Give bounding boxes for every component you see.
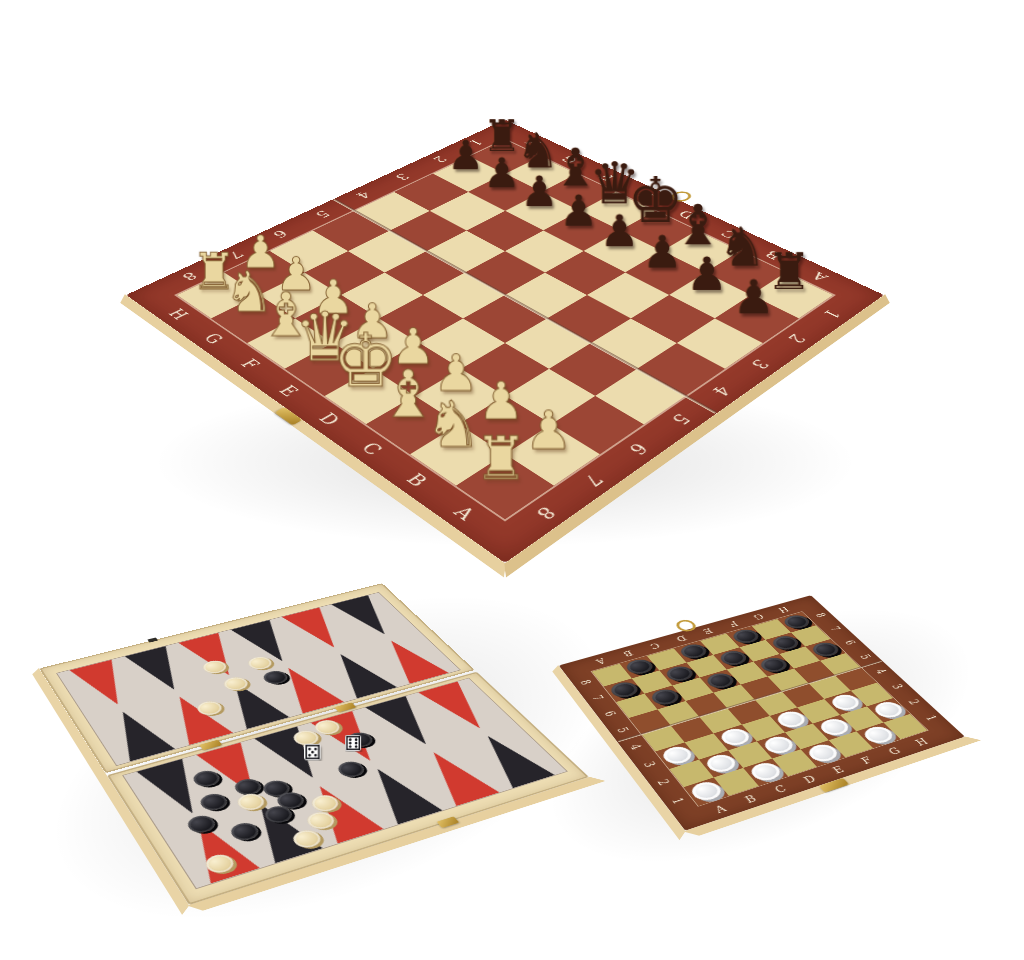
chess-board: ♜♞♝♛♚♝♞♜♟♟♟♟♟♟♟♟♟♟♟♟♟♟♟♟♜♞♝♛♚♝♞♜ HGFEDCB… (126, 120, 884, 563)
backgammon-point-red (264, 662, 348, 715)
product-photo-scene: ♜♞♝♛♚♝♞♜♟♟♟♟♟♟♟♟♟♟♟♟♟♟♟♟♜♞♝♛♚♝♞♜ HGFEDCB… (0, 0, 1024, 960)
backgammon-point-red (368, 635, 452, 685)
backgammon-point-black (463, 729, 558, 790)
checkers-piece-white (702, 752, 739, 775)
checkers-piece-white (760, 734, 797, 756)
checkers-board: ABCDEFGHABCDEFGH8765432187654321 (559, 595, 965, 831)
checkers-piece-white (859, 724, 896, 746)
checkers-square (856, 723, 900, 749)
checkers-square (801, 740, 846, 767)
checkers-square (757, 732, 801, 758)
backgammon-point-black (361, 695, 450, 752)
checkers-square (657, 701, 699, 726)
checkers-square (813, 715, 857, 740)
backgammon-point-red (65, 659, 143, 712)
checkers-piece-white (717, 726, 753, 748)
backgammon-point-red (154, 690, 237, 746)
coordinate-label: 8 (567, 673, 604, 692)
die-showing-5: ⚄ (304, 744, 321, 761)
die-showing-6: ⚅ (344, 735, 360, 751)
chess-squares: ♜♞♝♛♚♝♞♜♟♟♟♟♟♟♟♟♟♟♟♟♟♟♟♟♜♞♝♛♚♝♞♜ (177, 140, 833, 519)
checkers-piece-white (804, 742, 841, 764)
pawn-glyph: ♟ (686, 251, 727, 297)
checkers-piece-white (816, 716, 853, 737)
checkers-piece-white (773, 709, 809, 730)
backgammon-point-red (293, 778, 388, 845)
checkers-board-area: ABCDEFGHABCDEFGH8765432187654321 (605, 550, 905, 850)
backgammon-point-black (328, 594, 407, 640)
checkers-piece-white (658, 744, 695, 766)
chess-piece-light-rook: ♜ (467, 405, 536, 488)
backgammon-clasp-icon (147, 637, 158, 642)
checkers-square (727, 700, 769, 725)
backgammon-point-black (227, 619, 306, 667)
backgammon-point-red (408, 745, 503, 808)
checkers-square (685, 733, 728, 759)
checkers-square (840, 706, 883, 731)
rook-glyph: ♜ (474, 429, 527, 489)
checkers-square (671, 717, 714, 742)
checkers-square (785, 724, 829, 750)
checkers-square (728, 741, 772, 768)
checkers-piece-white (687, 779, 725, 803)
checkers-square (699, 708, 742, 733)
backgammon-point-red (278, 607, 357, 654)
pawn-glyph: ♟ (642, 229, 682, 274)
chess-board-area: ♜♞♝♛♚♝♞♜♟♟♟♟♟♟♟♟♟♟♟♟♟♟♟♟♜♞♝♛♚♝♞♜ HGFEDCB… (237, 27, 773, 563)
backgammon-point-black (317, 648, 401, 700)
backgammon-point-red (415, 680, 504, 735)
pawn-glyph: ♟ (733, 273, 775, 320)
chess-piece-dark-pawn: ♟ (724, 249, 783, 321)
backgammon-point-black (97, 705, 180, 763)
checkers-piece-white (746, 760, 784, 783)
backgammon-point-black (352, 761, 447, 826)
checkers-square (699, 750, 743, 777)
checkers-square (714, 725, 757, 751)
checkers-square (742, 716, 785, 741)
backgammon-point-black (132, 758, 220, 822)
checkers-square (797, 699, 840, 724)
backgammon-point-red (175, 632, 254, 682)
backgammon-point-black (210, 676, 293, 731)
backgammon-area: ⚄⚅ (95, 515, 505, 925)
checkers-square (770, 707, 813, 732)
backgammon-point-black (121, 645, 199, 696)
